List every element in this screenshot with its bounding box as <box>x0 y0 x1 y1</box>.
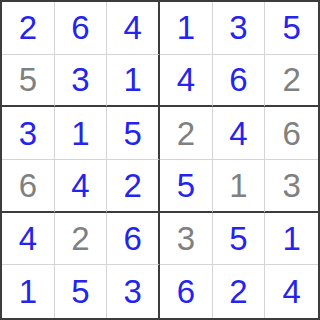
sudoku-cell[interactable]: 2 <box>2 2 55 55</box>
sudoku-cell[interactable]: 2 <box>265 55 318 108</box>
sudoku-cell[interactable]: 3 <box>2 107 55 160</box>
sudoku-cell[interactable]: 1 <box>55 107 108 160</box>
sudoku-cell[interactable]: 1 <box>213 160 266 213</box>
sudoku-cell[interactable]: 1 <box>160 2 213 55</box>
sudoku-cell[interactable]: 5 <box>265 2 318 55</box>
sudoku-cell[interactable]: 6 <box>2 160 55 213</box>
sudoku-cell[interactable]: 2 <box>55 213 108 266</box>
sudoku-cell[interactable]: 4 <box>55 160 108 213</box>
sudoku-cell[interactable]: 6 <box>213 55 266 108</box>
sudoku-cell[interactable]: 3 <box>265 160 318 213</box>
sudoku-cell[interactable]: 3 <box>213 2 266 55</box>
sudoku-cell[interactable]: 6 <box>55 2 108 55</box>
sudoku-cell[interactable]: 2 <box>213 265 266 318</box>
sudoku-cell[interactable]: 2 <box>107 160 160 213</box>
sudoku-cell[interactable]: 5 <box>107 107 160 160</box>
sudoku-cell[interactable]: 3 <box>55 55 108 108</box>
sudoku-cell[interactable]: 1 <box>265 213 318 266</box>
sudoku-cell[interactable]: 4 <box>160 55 213 108</box>
sudoku-cell[interactable]: 4 <box>213 107 266 160</box>
sudoku-cell[interactable]: 4 <box>107 2 160 55</box>
sudoku-cell[interactable]: 3 <box>160 213 213 266</box>
sudoku-cell[interactable]: 1 <box>107 55 160 108</box>
sudoku-cell[interactable]: 5 <box>213 213 266 266</box>
sudoku-cell[interactable]: 5 <box>160 160 213 213</box>
sudoku-board: 264135531462315246642513426351153624 <box>0 0 320 320</box>
sudoku-cell[interactable]: 5 <box>55 265 108 318</box>
sudoku-cell[interactable]: 1 <box>2 265 55 318</box>
sudoku-cell[interactable]: 2 <box>160 107 213 160</box>
sudoku-cell[interactable]: 6 <box>265 107 318 160</box>
sudoku-cell[interactable]: 4 <box>265 265 318 318</box>
sudoku-cell[interactable]: 6 <box>107 213 160 266</box>
sudoku-cell[interactable]: 5 <box>2 55 55 108</box>
sudoku-cell[interactable]: 4 <box>2 213 55 266</box>
sudoku-cell[interactable]: 3 <box>107 265 160 318</box>
sudoku-cell[interactable]: 6 <box>160 265 213 318</box>
